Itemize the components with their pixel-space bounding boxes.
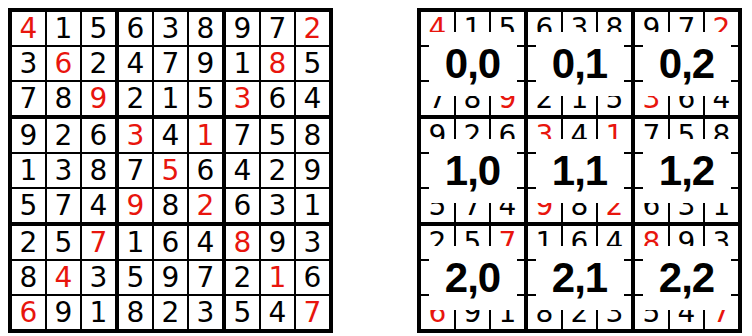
left-box-0-1: 638479215 <box>117 10 224 117</box>
left-cell-r2c1[interactable]: 3 <box>11 46 46 81</box>
left-cell-r1c1[interactable]: 4 <box>11 11 46 46</box>
left-cell-r5c6[interactable]: 6 <box>188 153 223 188</box>
right-box-1-0: 9261385741,0 <box>419 117 526 224</box>
right-box-2-0: 2578436912,0 <box>419 224 526 331</box>
right-box-2-1: 1645978232,1 <box>526 224 633 331</box>
left-cell-r1c3[interactable]: 5 <box>81 11 116 46</box>
left-cell-r8c3[interactable]: 3 <box>81 260 116 295</box>
left-cell-r3c5[interactable]: 1 <box>153 81 188 116</box>
box-index-label-0-2: 0,2 <box>643 32 731 96</box>
box-index-label-1-0: 1,0 <box>429 139 517 203</box>
left-cell-r9c8[interactable]: 4 <box>260 295 295 330</box>
left-cell-r1c4[interactable]: 6 <box>118 11 153 46</box>
left-cell-r4c6[interactable]: 1 <box>188 118 223 153</box>
left-box-1-1: 341756982 <box>117 117 224 224</box>
left-cell-r6c4[interactable]: 9 <box>118 188 153 223</box>
left-cell-r1c6[interactable]: 8 <box>188 11 223 46</box>
box-index-label-2-2: 2,2 <box>643 246 731 310</box>
left-cell-r3c7[interactable]: 3 <box>225 81 260 116</box>
left-cell-r6c5[interactable]: 8 <box>153 188 188 223</box>
left-cell-r1c9[interactable]: 2 <box>295 11 330 46</box>
left-cell-r5c1[interactable]: 1 <box>11 153 46 188</box>
left-cell-r2c3[interactable]: 2 <box>81 46 116 81</box>
left-cell-r5c7[interactable]: 4 <box>225 153 260 188</box>
left-cell-r6c8[interactable]: 3 <box>260 188 295 223</box>
box-index-label-0-1: 0,1 <box>536 32 624 96</box>
left-cell-r8c7[interactable]: 2 <box>225 260 260 295</box>
sudoku-grid-right-with-box-labels: 4153627890,06384792150,19721853640,29261… <box>417 8 742 333</box>
right-box-0-2: 9721853640,2 <box>633 10 740 117</box>
left-cell-r9c4[interactable]: 8 <box>118 295 153 330</box>
left-cell-r2c4[interactable]: 4 <box>118 46 153 81</box>
left-cell-r6c3[interactable]: 4 <box>81 188 116 223</box>
left-cell-r8c1[interactable]: 8 <box>11 260 46 295</box>
left-cell-r3c8[interactable]: 6 <box>260 81 295 116</box>
box-index-label-0-0: 0,0 <box>429 32 517 96</box>
left-cell-r7c2[interactable]: 5 <box>46 225 81 260</box>
left-cell-r7c5[interactable]: 6 <box>153 225 188 260</box>
left-cell-r6c9[interactable]: 1 <box>295 188 330 223</box>
left-cell-r4c1[interactable]: 9 <box>11 118 46 153</box>
left-cell-r5c4[interactable]: 7 <box>118 153 153 188</box>
left-cell-r5c8[interactable]: 2 <box>260 153 295 188</box>
left-cell-r4c9[interactable]: 8 <box>295 118 330 153</box>
left-cell-r9c7[interactable]: 5 <box>225 295 260 330</box>
left-cell-r5c9[interactable]: 9 <box>295 153 330 188</box>
left-cell-r2c5[interactable]: 7 <box>153 46 188 81</box>
left-cell-r9c5[interactable]: 2 <box>153 295 188 330</box>
left-cell-r6c1[interactable]: 5 <box>11 188 46 223</box>
left-box-1-0: 926138574 <box>10 117 117 224</box>
left-cell-r2c2[interactable]: 6 <box>46 46 81 81</box>
left-box-2-0: 257843691 <box>10 224 117 331</box>
right-box-0-0: 4153627890,0 <box>419 10 526 117</box>
left-cell-r3c1[interactable]: 7 <box>11 81 46 116</box>
left-cell-r2c7[interactable]: 1 <box>225 46 260 81</box>
left-cell-r3c9[interactable]: 4 <box>295 81 330 116</box>
left-cell-r6c2[interactable]: 7 <box>46 188 81 223</box>
right-box-1-2: 7584296311,2 <box>633 117 740 224</box>
left-cell-r2c8[interactable]: 8 <box>260 46 295 81</box>
left-cell-r2c6[interactable]: 9 <box>188 46 223 81</box>
left-cell-r1c2[interactable]: 1 <box>46 11 81 46</box>
left-cell-r4c7[interactable]: 7 <box>225 118 260 153</box>
left-cell-r3c4[interactable]: 2 <box>118 81 153 116</box>
left-box-2-2: 893216547 <box>224 224 331 331</box>
left-cell-r9c2[interactable]: 9 <box>46 295 81 330</box>
left-cell-r7c1[interactable]: 2 <box>11 225 46 260</box>
left-cell-r8c4[interactable]: 5 <box>118 260 153 295</box>
left-cell-r9c3[interactable]: 1 <box>81 295 116 330</box>
left-cell-r4c8[interactable]: 5 <box>260 118 295 153</box>
left-cell-r8c5[interactable]: 9 <box>153 260 188 295</box>
left-cell-r5c3[interactable]: 8 <box>81 153 116 188</box>
left-cell-r9c1[interactable]: 6 <box>11 295 46 330</box>
left-cell-r4c4[interactable]: 3 <box>118 118 153 153</box>
left-cell-r3c6[interactable]: 5 <box>188 81 223 116</box>
left-cell-r4c5[interactable]: 4 <box>153 118 188 153</box>
left-cell-r2c9[interactable]: 5 <box>295 46 330 81</box>
left-cell-r7c4[interactable]: 1 <box>118 225 153 260</box>
left-cell-r1c7[interactable]: 9 <box>225 11 260 46</box>
left-cell-r9c6[interactable]: 3 <box>188 295 223 330</box>
left-cell-r7c6[interactable]: 4 <box>188 225 223 260</box>
left-cell-r5c2[interactable]: 3 <box>46 153 81 188</box>
left-cell-r1c8[interactable]: 7 <box>260 11 295 46</box>
left-cell-r8c8[interactable]: 1 <box>260 260 295 295</box>
left-box-0-0: 415362789 <box>10 10 117 117</box>
right-box-1-1: 3417569821,1 <box>526 117 633 224</box>
left-cell-r3c2[interactable]: 8 <box>46 81 81 116</box>
box-index-label-2-1: 2,1 <box>536 246 624 310</box>
box-index-label-1-2: 1,2 <box>643 139 731 203</box>
sudoku-grid-left: 4153627896384792159721853649261385743417… <box>8 8 333 333</box>
left-cell-r3c3[interactable]: 9 <box>81 81 116 116</box>
left-cell-r1c5[interactable]: 3 <box>153 11 188 46</box>
left-cell-r8c9[interactable]: 6 <box>295 260 330 295</box>
left-cell-r8c6[interactable]: 7 <box>188 260 223 295</box>
left-box-1-2: 758429631 <box>224 117 331 224</box>
left-cell-r9c9[interactable]: 7 <box>295 295 330 330</box>
left-cell-r7c8[interactable]: 9 <box>260 225 295 260</box>
left-cell-r6c7[interactable]: 6 <box>225 188 260 223</box>
left-cell-r7c9[interactable]: 3 <box>295 225 330 260</box>
left-cell-r8c2[interactable]: 4 <box>46 260 81 295</box>
left-cell-r4c2[interactable]: 2 <box>46 118 81 153</box>
left-cell-r7c7[interactable]: 8 <box>225 225 260 260</box>
left-box-2-1: 164597823 <box>117 224 224 331</box>
left-cell-r7c3[interactable]: 7 <box>81 225 116 260</box>
box-index-label-1-1: 1,1 <box>536 139 624 203</box>
right-box-0-1: 6384792150,1 <box>526 10 633 117</box>
left-cell-r4c3[interactable]: 6 <box>81 118 116 153</box>
left-box-0-2: 972185364 <box>224 10 331 117</box>
left-cell-r5c5[interactable]: 5 <box>153 153 188 188</box>
box-index-label-2-0: 2,0 <box>429 246 517 310</box>
right-box-2-2: 8932165472,2 <box>633 224 740 331</box>
left-cell-r6c6[interactable]: 2 <box>188 188 223 223</box>
